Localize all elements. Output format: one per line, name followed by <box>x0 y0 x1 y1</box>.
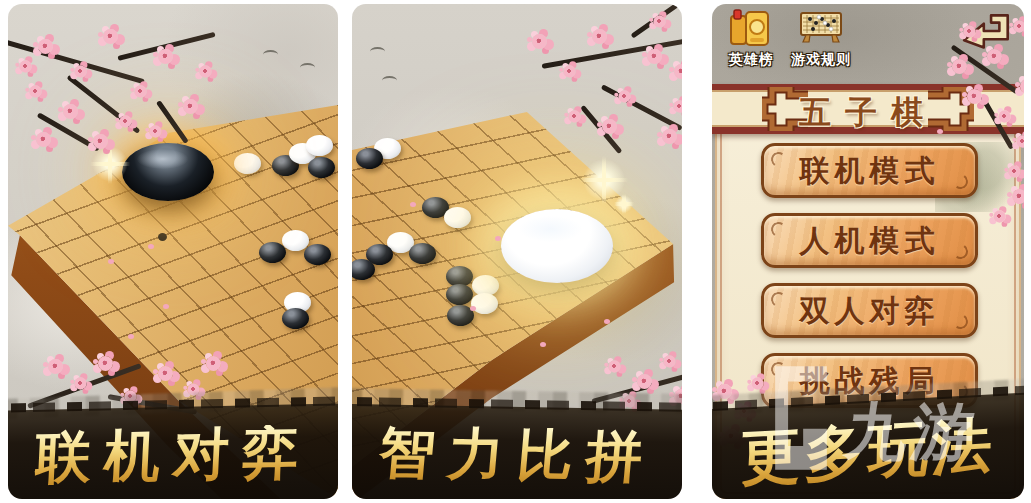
cherry-blossom <box>19 60 31 72</box>
cherry-blossom <box>998 110 1010 122</box>
cherry-blossom <box>149 125 161 137</box>
cherry-blossom <box>1016 135 1024 147</box>
menu-button-label: 人机模式 <box>800 226 940 256</box>
cherry-blossom <box>963 25 975 37</box>
cherry-blossom <box>74 377 86 389</box>
cherry-blossom <box>532 34 547 49</box>
cherry-blossom <box>653 15 665 27</box>
featured-white-stone <box>501 209 613 283</box>
cherry-blossom <box>199 65 211 77</box>
cherry-blossom <box>592 29 607 44</box>
white-stone <box>306 135 333 156</box>
featured-black-stone <box>122 143 214 201</box>
ink-bird <box>382 76 397 85</box>
cherry-blossom <box>987 49 1002 64</box>
caption-band: 智力比拼 <box>352 404 682 499</box>
cherry-blossom <box>952 59 967 74</box>
falling-petal <box>148 244 154 249</box>
menu-button-label: 联机模式 <box>800 156 940 186</box>
falling-petal <box>495 236 501 241</box>
gold-sparkle-icon <box>614 194 634 214</box>
cherry-blossom <box>103 29 118 44</box>
caption-text: 更多玩法 <box>740 415 997 495</box>
cherry-blossom <box>751 377 763 389</box>
cherry-blossom <box>1012 189 1024 204</box>
cherry-blossom <box>119 115 131 127</box>
falling-petal <box>937 129 943 134</box>
gold-sparkle-icon <box>90 144 130 184</box>
falling-petal <box>163 304 169 309</box>
leaderboard-button[interactable]: 英雄榜 <box>718 8 784 69</box>
black-stone <box>446 284 473 305</box>
cherry-blossom <box>662 129 677 144</box>
cherry-blossom <box>134 85 146 97</box>
cherry-blossom <box>29 85 41 97</box>
menu-button-label: 双人对弈 <box>800 296 940 326</box>
promo-panel-online-play: 联机对弈 <box>8 4 338 499</box>
cherry-blossom <box>602 119 617 134</box>
cherry-blossom <box>647 49 662 64</box>
falling-petal <box>128 334 134 339</box>
cherry-blossom <box>563 65 575 77</box>
golden-scrolls-icon <box>718 8 784 50</box>
white-stone <box>444 207 471 228</box>
cherry-blossom <box>183 99 198 114</box>
cherry-blossom <box>993 210 1005 222</box>
cherry-blossom <box>1008 165 1020 177</box>
falling-petal <box>540 342 546 347</box>
falling-petal <box>604 319 610 324</box>
menu-button-online-mode[interactable]: 联机模式 <box>761 143 978 198</box>
caption-text: 联机对弈 <box>34 424 313 492</box>
menu-button-two-player-mode[interactable]: 双人对弈 <box>761 283 978 338</box>
white-stone <box>234 153 261 174</box>
caption-text: 智力比拼 <box>376 425 657 492</box>
cherry-blossom <box>48 359 63 374</box>
white-stone <box>282 230 309 251</box>
menu-button-vs-ai-mode[interactable]: 人机模式 <box>761 213 978 268</box>
cherry-blossom <box>618 90 630 102</box>
mini-go-board-icon <box>788 8 854 50</box>
black-stone <box>352 259 375 280</box>
menu-button-list: 联机模式人机模式双人对弈挑战残局 <box>761 143 978 423</box>
rules-label: 游戏规则 <box>791 52 851 67</box>
cherry-blossom <box>967 89 982 104</box>
cherry-blossom <box>674 64 682 79</box>
promo-panel-brain-battle: 智力比拼 <box>352 4 682 499</box>
cherry-blossom <box>637 374 652 389</box>
falling-petal <box>410 202 416 207</box>
cherry-blossom <box>608 360 620 372</box>
caption-band: 更多玩法 <box>712 392 1024 499</box>
cherry-blossom <box>63 104 78 119</box>
ink-bird <box>370 47 385 56</box>
cherry-blossom <box>663 355 675 367</box>
ink-bird <box>300 63 315 72</box>
leaderboard-label: 英雄榜 <box>729 52 774 67</box>
cherry-blossom <box>673 100 682 112</box>
cherry-blossom <box>74 65 86 77</box>
black-stone <box>409 243 436 264</box>
caption-band: 联机对弈 <box>8 403 338 499</box>
main-menu-panel: 英雄榜 游戏规则 <box>712 4 1024 499</box>
cherry-blossom <box>158 49 173 64</box>
cherry-blossom <box>36 132 51 147</box>
cherry-blossom <box>38 39 53 54</box>
black-stone <box>282 308 309 329</box>
black-stone <box>356 148 383 169</box>
screenshot-page: 联机对弈 智力比拼 <box>0 0 1031 503</box>
cherry-blossom <box>206 356 221 371</box>
black-stone <box>308 157 335 178</box>
falling-petal <box>108 259 114 264</box>
black-stone <box>304 244 331 265</box>
cherry-blossom <box>1013 20 1024 32</box>
ink-bird <box>263 50 278 59</box>
falling-petal <box>470 306 476 311</box>
cherry-blossom <box>158 366 173 381</box>
rules-button[interactable]: 游戏规则 <box>788 8 854 69</box>
cherry-blossom <box>98 356 113 371</box>
black-stone <box>259 242 286 263</box>
cherry-blossom <box>568 110 580 122</box>
cherry-blossom <box>93 134 108 149</box>
